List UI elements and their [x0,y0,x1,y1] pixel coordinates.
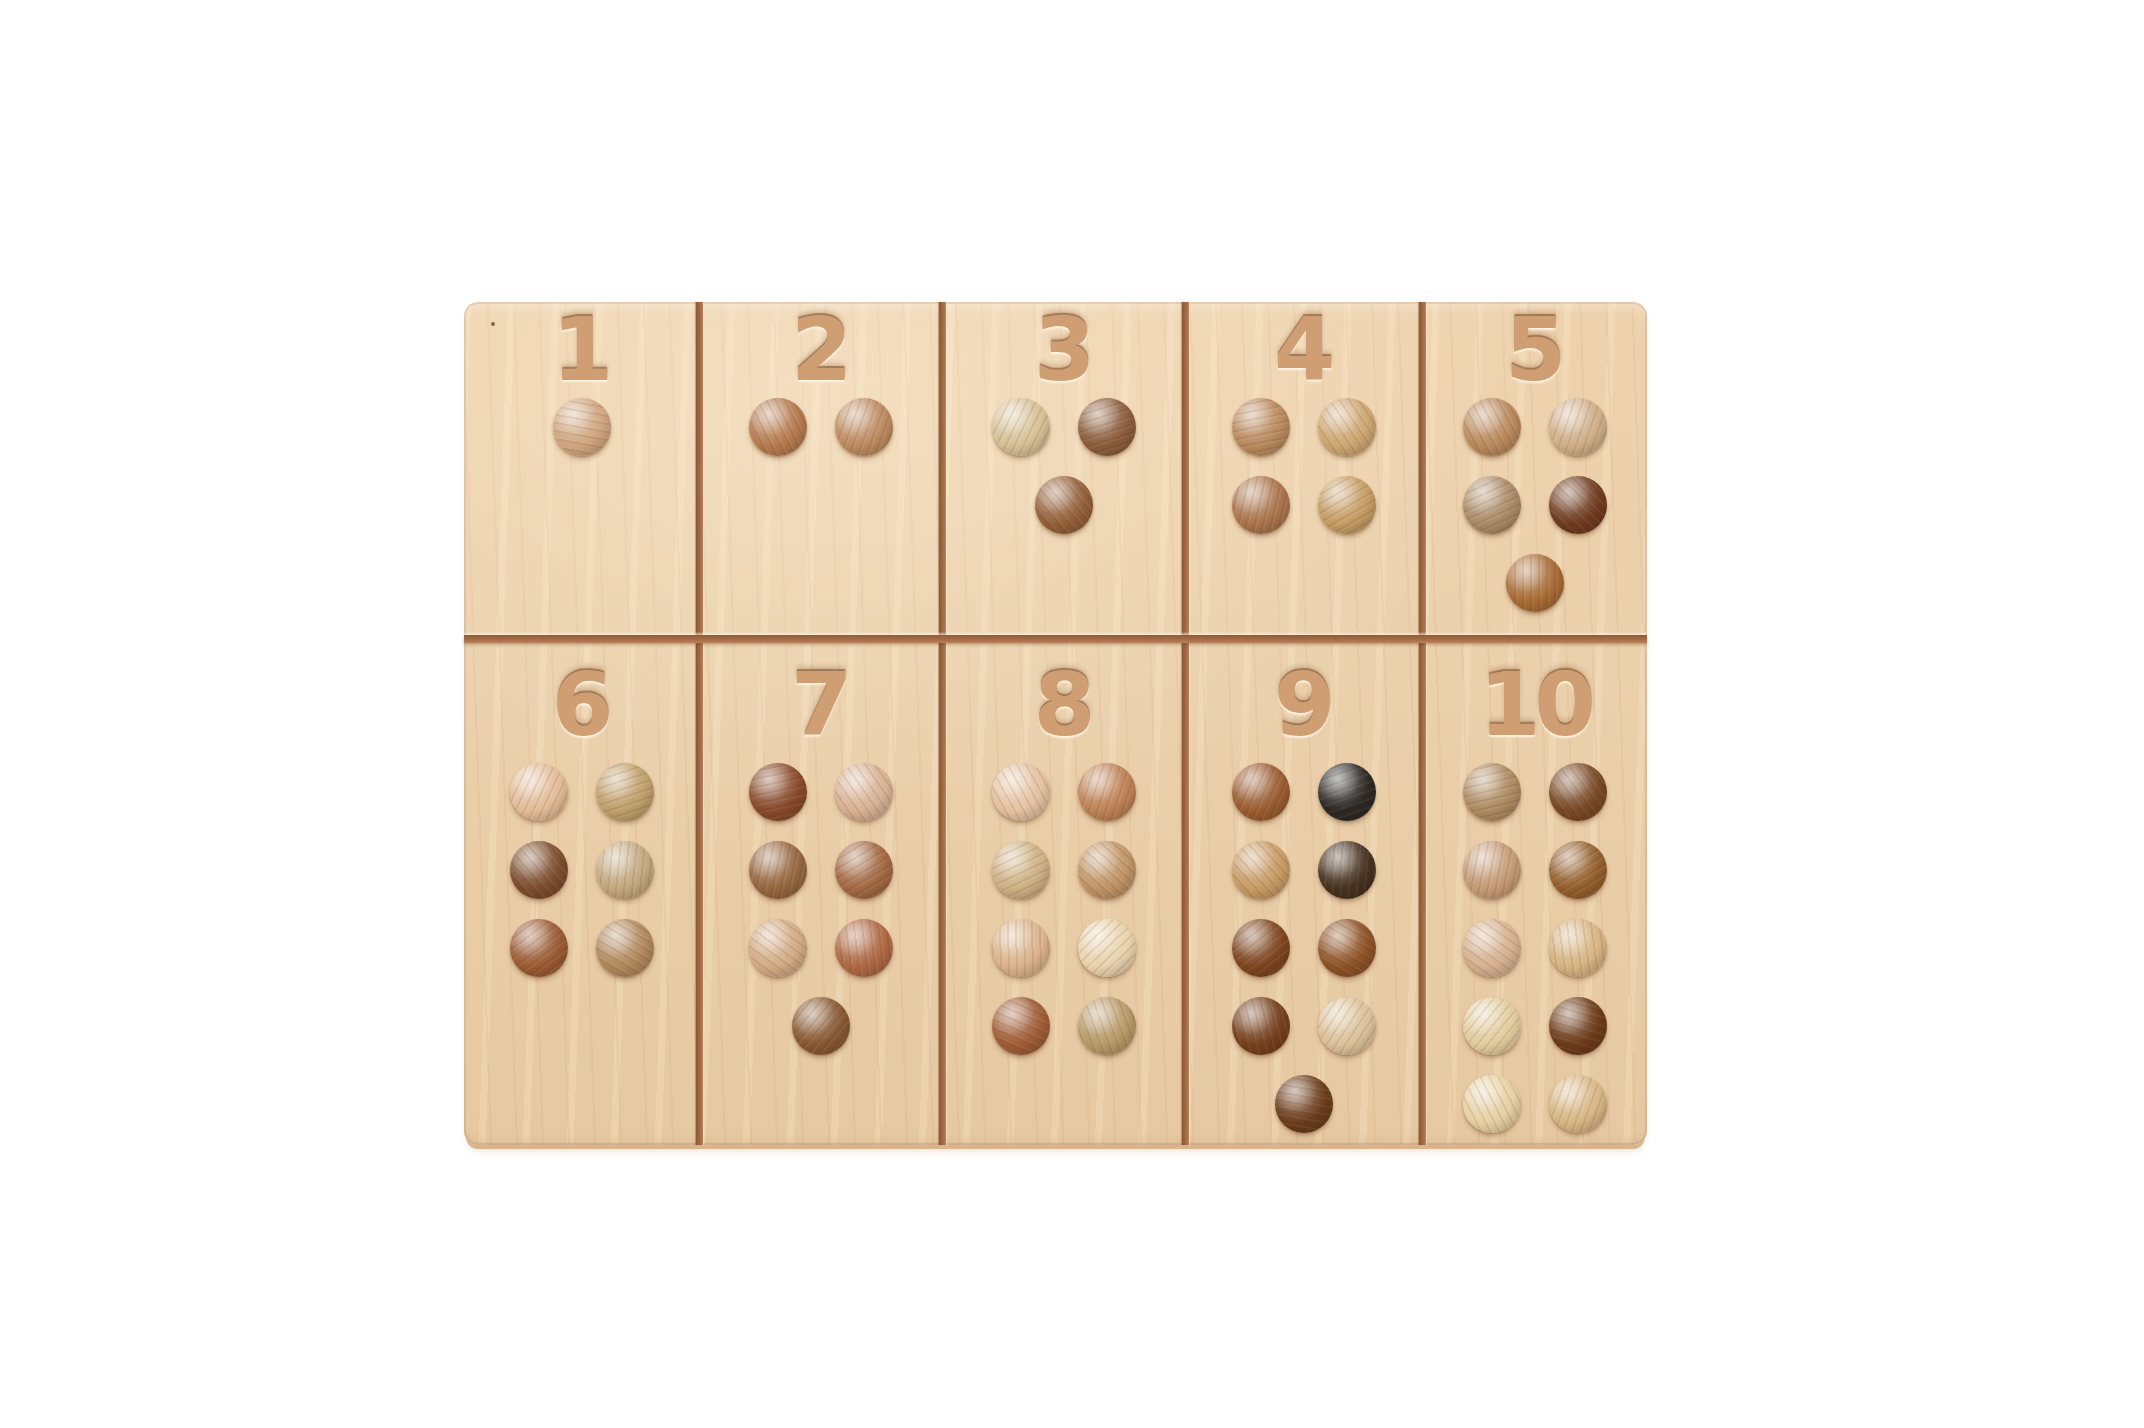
ball-9-1[interactable] [1232,763,1290,821]
ball-3-1[interactable] [992,398,1050,456]
cell-1: 1 [464,302,699,639]
cell-9-numeral: 9 [1185,661,1422,749]
cell-6: 6 [464,639,699,1145]
cell-4-balls [1232,388,1376,544]
ball-5-5[interactable] [1506,554,1564,612]
ball-5-3[interactable] [1463,476,1521,534]
cell-7-balls [749,753,893,1065]
wood-knot-speck [491,322,495,326]
cell-4: 4 [1185,302,1422,639]
cell-9: 9 [1185,639,1422,1145]
ball-7-4[interactable] [835,841,893,899]
ball-6-3[interactable] [510,841,568,899]
ball-10-8[interactable] [1549,997,1607,1055]
cell-1-numeral: 1 [464,306,699,394]
cell-7: 7 [699,639,942,1145]
cell-10: 10 [1422,639,1647,1145]
photo-background: 12345678910 [0,0,2144,1428]
cell-6-numeral: 6 [464,661,699,749]
ball-8-3[interactable] [992,841,1050,899]
ball-5-2[interactable] [1549,398,1607,456]
cell-2: 2 [699,302,942,639]
ball-10-1[interactable] [1463,763,1521,821]
cell-7-numeral: 7 [699,661,942,749]
ball-3-3[interactable] [1035,476,1093,534]
ball-1-1[interactable] [553,398,611,456]
ball-9-6[interactable] [1318,919,1376,977]
ball-9-5[interactable] [1232,919,1290,977]
ball-4-3[interactable] [1232,476,1290,534]
ball-9-2[interactable] [1318,763,1376,821]
ball-6-4[interactable] [596,841,654,899]
cell-5-balls [1463,388,1607,622]
ball-8-2[interactable] [1078,763,1136,821]
ball-5-1[interactable] [1463,398,1521,456]
ball-9-7[interactable] [1232,997,1290,1055]
ball-6-1[interactable] [510,763,568,821]
ball-10-5[interactable] [1463,919,1521,977]
cell-10-balls [1463,753,1607,1143]
ball-2-2[interactable] [835,398,893,456]
ball-6-6[interactable] [596,919,654,977]
ball-10-7[interactable] [1463,997,1521,1055]
cell-2-balls [749,388,893,466]
ball-6-5[interactable] [510,919,568,977]
ball-9-9[interactable] [1275,1075,1333,1133]
ball-8-4[interactable] [1078,841,1136,899]
ball-10-6[interactable] [1549,919,1607,977]
board-grid: 12345678910 [464,302,1647,1145]
ball-10-3[interactable] [1463,841,1521,899]
ball-7-5[interactable] [749,919,807,977]
ball-6-2[interactable] [596,763,654,821]
ball-10-10[interactable] [1549,1075,1607,1133]
ball-2-1[interactable] [749,398,807,456]
cell-1-balls [510,388,654,466]
ball-10-2[interactable] [1549,763,1607,821]
ball-7-1[interactable] [749,763,807,821]
cell-3-numeral: 3 [942,306,1185,394]
cell-4-numeral: 4 [1185,306,1422,394]
ball-8-6[interactable] [1078,919,1136,977]
cell-3: 3 [942,302,1185,639]
ball-8-5[interactable] [992,919,1050,977]
ball-9-3[interactable] [1232,841,1290,899]
ball-10-4[interactable] [1549,841,1607,899]
ball-3-2[interactable] [1078,398,1136,456]
ball-7-7[interactable] [792,997,850,1055]
ball-8-1[interactable] [992,763,1050,821]
ball-9-8[interactable] [1318,997,1376,1055]
ball-4-1[interactable] [1232,398,1290,456]
ball-8-8[interactable] [1078,997,1136,1055]
counting-board: 12345678910 [464,302,1647,1145]
cell-8-balls [992,753,1136,1065]
ball-7-6[interactable] [835,919,893,977]
cell-5-numeral: 5 [1422,306,1647,394]
ball-5-4[interactable] [1549,476,1607,534]
ball-4-4[interactable] [1318,476,1376,534]
ball-7-2[interactable] [835,763,893,821]
cell-8: 8 [942,639,1185,1145]
ball-7-3[interactable] [749,841,807,899]
cell-5: 5 [1422,302,1647,639]
cell-6-balls [510,753,654,987]
cell-3-balls [992,388,1136,544]
cell-8-numeral: 8 [942,661,1185,749]
ball-9-4[interactable] [1318,841,1376,899]
ball-8-7[interactable] [992,997,1050,1055]
ball-4-2[interactable] [1318,398,1376,456]
cell-2-numeral: 2 [699,306,942,394]
cell-9-balls [1232,753,1376,1143]
ball-10-9[interactable] [1463,1075,1521,1133]
cell-10-numeral: 10 [1422,661,1647,749]
